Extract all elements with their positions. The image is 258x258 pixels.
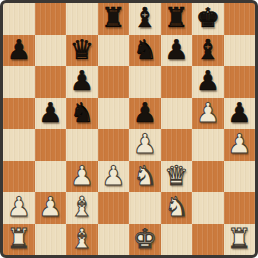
square-g2[interactable] — [192, 192, 224, 224]
piece-black-pawn: ♟ — [38, 99, 62, 126]
square-d7[interactable] — [98, 35, 130, 67]
square-e4[interactable]: ♟ — [129, 129, 161, 161]
piece-black-bishop: ♝ — [196, 36, 220, 63]
square-b6[interactable] — [35, 66, 67, 98]
square-f7[interactable]: ♟ — [161, 35, 193, 67]
square-b1[interactable] — [35, 224, 67, 256]
square-a2[interactable]: ♟ — [3, 192, 35, 224]
square-e8[interactable]: ♝ — [129, 3, 161, 35]
square-d4[interactable] — [98, 129, 130, 161]
piece-white-pawn: ♟ — [101, 162, 125, 189]
square-f6[interactable] — [161, 66, 193, 98]
piece-black-pawn: ♟ — [70, 67, 94, 94]
square-g1[interactable] — [192, 224, 224, 256]
piece-white-bishop: ♝ — [70, 193, 94, 220]
piece-white-rook: ♜ — [227, 225, 251, 252]
square-b5[interactable]: ♟ — [35, 98, 67, 130]
square-d1[interactable] — [98, 224, 130, 256]
square-f5[interactable] — [161, 98, 193, 130]
square-d6[interactable] — [98, 66, 130, 98]
piece-white-pawn: ♟ — [133, 130, 157, 157]
square-g8[interactable]: ♚ — [192, 3, 224, 35]
piece-black-pawn: ♟ — [164, 36, 188, 63]
square-f8[interactable]: ♜ — [161, 3, 193, 35]
square-a8[interactable] — [3, 3, 35, 35]
piece-black-bishop: ♝ — [133, 4, 157, 31]
piece-white-pawn: ♟ — [196, 99, 220, 126]
square-g5[interactable]: ♟ — [192, 98, 224, 130]
square-h4[interactable]: ♟ — [224, 129, 256, 161]
piece-white-rook: ♜ — [7, 225, 31, 252]
square-e1[interactable]: ♚ — [129, 224, 161, 256]
square-h5[interactable]: ♟ — [224, 98, 256, 130]
square-g7[interactable]: ♝ — [192, 35, 224, 67]
piece-black-king: ♚ — [196, 4, 220, 31]
piece-black-pawn: ♟ — [7, 36, 31, 63]
square-a7[interactable]: ♟ — [3, 35, 35, 67]
square-a4[interactable] — [3, 129, 35, 161]
square-b7[interactable] — [35, 35, 67, 67]
piece-white-pawn: ♟ — [7, 193, 31, 220]
piece-white-pawn: ♟ — [70, 162, 94, 189]
piece-white-pawn: ♟ — [227, 130, 251, 157]
square-c7[interactable]: ♛ — [66, 35, 98, 67]
square-h3[interactable] — [224, 161, 256, 193]
square-f4[interactable] — [161, 129, 193, 161]
square-c4[interactable] — [66, 129, 98, 161]
square-a3[interactable] — [3, 161, 35, 193]
square-f2[interactable]: ♞ — [161, 192, 193, 224]
square-f3[interactable]: ♛ — [161, 161, 193, 193]
piece-white-bishop: ♝ — [70, 225, 94, 252]
square-b8[interactable] — [35, 3, 67, 35]
square-c3[interactable]: ♟ — [66, 161, 98, 193]
piece-black-rook: ♜ — [101, 4, 125, 31]
piece-white-knight: ♞ — [133, 162, 157, 189]
square-a5[interactable] — [3, 98, 35, 130]
square-e2[interactable] — [129, 192, 161, 224]
square-e6[interactable] — [129, 66, 161, 98]
piece-white-pawn: ♟ — [38, 193, 62, 220]
square-h6[interactable] — [224, 66, 256, 98]
piece-white-knight: ♞ — [164, 193, 188, 220]
square-h7[interactable] — [224, 35, 256, 67]
square-g6[interactable]: ♟ — [192, 66, 224, 98]
square-c6[interactable]: ♟ — [66, 66, 98, 98]
square-g4[interactable] — [192, 129, 224, 161]
square-f1[interactable] — [161, 224, 193, 256]
piece-black-pawn: ♟ — [196, 67, 220, 94]
piece-black-queen: ♛ — [70, 36, 94, 63]
square-h8[interactable] — [224, 3, 256, 35]
square-d5[interactable] — [98, 98, 130, 130]
square-c5[interactable]: ♞ — [66, 98, 98, 130]
square-b3[interactable] — [35, 161, 67, 193]
square-h2[interactable] — [224, 192, 256, 224]
square-b4[interactable] — [35, 129, 67, 161]
square-c2[interactable]: ♝ — [66, 192, 98, 224]
square-c1[interactable]: ♝ — [66, 224, 98, 256]
square-g3[interactable] — [192, 161, 224, 193]
square-d3[interactable]: ♟ — [98, 161, 130, 193]
piece-black-knight: ♞ — [70, 99, 94, 126]
square-h1[interactable]: ♜ — [224, 224, 256, 256]
square-c8[interactable] — [66, 3, 98, 35]
chess-board-frame: ♜♝♜♚♟♛♞♟♝♟♟♟♞♟♟♟♟♟♟♟♞♛♟♟♝♞♜♝♚♜ — [0, 0, 258, 258]
square-e5[interactable]: ♟ — [129, 98, 161, 130]
square-a6[interactable] — [3, 66, 35, 98]
square-b2[interactable]: ♟ — [35, 192, 67, 224]
square-d2[interactable] — [98, 192, 130, 224]
piece-white-king: ♚ — [133, 225, 157, 252]
piece-black-pawn: ♟ — [227, 99, 251, 126]
square-d8[interactable]: ♜ — [98, 3, 130, 35]
piece-black-rook: ♜ — [164, 4, 188, 31]
piece-black-pawn: ♟ — [133, 99, 157, 126]
piece-white-queen: ♛ — [164, 162, 188, 189]
square-e3[interactable]: ♞ — [129, 161, 161, 193]
piece-black-knight: ♞ — [133, 36, 157, 63]
square-e7[interactable]: ♞ — [129, 35, 161, 67]
square-a1[interactable]: ♜ — [3, 224, 35, 256]
chess-board: ♜♝♜♚♟♛♞♟♝♟♟♟♞♟♟♟♟♟♟♟♞♛♟♟♝♞♜♝♚♜ — [3, 3, 255, 255]
